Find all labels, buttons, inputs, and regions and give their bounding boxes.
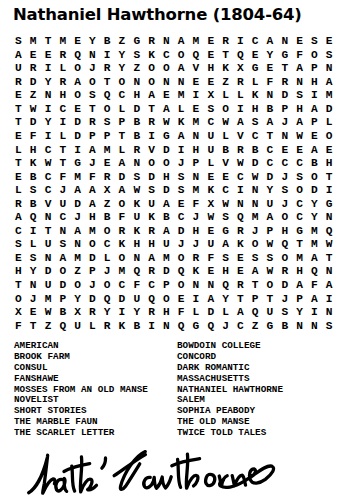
grid-cell: A: [307, 143, 322, 157]
grid-cell: I: [41, 62, 56, 76]
grid-cell: V: [218, 157, 233, 171]
grid-cell: J: [277, 116, 292, 130]
grid-cell: C: [292, 198, 307, 212]
grid-cell: A: [263, 35, 278, 49]
grid-cell: O: [263, 279, 278, 293]
grid-cell: M: [85, 225, 100, 239]
grid-cell: N: [129, 157, 144, 171]
grid-cell: A: [159, 103, 174, 117]
grid-cell: N: [248, 198, 263, 212]
grid-cell: O: [144, 62, 159, 76]
grid-cell: I: [307, 89, 322, 103]
grid-cell: Q: [129, 265, 144, 279]
grid-cell: W: [263, 238, 278, 252]
grid-cell: S: [11, 35, 26, 49]
grid-cell: E: [322, 143, 337, 157]
grid-cell: B: [307, 157, 322, 171]
grid-cell: D: [129, 103, 144, 117]
grid-cell: I: [144, 319, 159, 333]
grid-cell: G: [322, 198, 337, 212]
grid-cell: E: [248, 49, 263, 63]
grid-cell: Q: [277, 238, 292, 252]
grid-cell: T: [100, 76, 115, 90]
grid-cell: F: [129, 279, 144, 293]
grid-cell: P: [100, 130, 115, 144]
grid-cell: T: [26, 319, 41, 333]
grid-cell: S: [174, 184, 189, 198]
grid-cell: E: [159, 89, 174, 103]
grid-cell: E: [307, 130, 322, 144]
grid-cell: Y: [129, 306, 144, 320]
grid-cell: E: [11, 130, 26, 144]
grid-cell: I: [189, 292, 204, 306]
grid-cell: D: [115, 292, 130, 306]
grid-cell: L: [189, 306, 204, 320]
grid-cell: D: [277, 89, 292, 103]
grid-cell: Q: [189, 49, 204, 63]
grid-cell: A: [248, 265, 263, 279]
grid-cell: R: [115, 225, 130, 239]
grid-cell: D: [159, 143, 174, 157]
grid-cell: E: [203, 76, 218, 90]
grid-cell: O: [248, 238, 263, 252]
grid-cell: S: [100, 116, 115, 130]
grid-cell: K: [203, 184, 218, 198]
grid-cell: O: [85, 238, 100, 252]
grid-cell: S: [129, 170, 144, 184]
grid-cell: L: [100, 252, 115, 266]
grid-cell: R: [218, 35, 233, 49]
grid-cell: H: [189, 143, 204, 157]
grid-cell: O: [100, 103, 115, 117]
grid-cell: M: [189, 35, 204, 49]
grid-cell: E: [203, 35, 218, 49]
grid-cell: I: [41, 130, 56, 144]
grid-cell: X: [233, 62, 248, 76]
grid-cell: C: [11, 225, 26, 239]
grid-cell: D: [41, 265, 56, 279]
grid-cell: H: [248, 103, 263, 117]
grid-cell: I: [55, 116, 70, 130]
grid-cell: W: [248, 170, 263, 184]
grid-cell: G: [292, 225, 307, 239]
grid-cell: T: [292, 238, 307, 252]
grid-cell: U: [263, 198, 278, 212]
grid-cell: D: [322, 103, 337, 117]
grid-cell: E: [203, 49, 218, 63]
grid-cell: A: [55, 252, 70, 266]
grid-cell: U: [70, 319, 85, 333]
grid-cell: N: [277, 130, 292, 144]
grid-cell: O: [174, 49, 189, 63]
grid-cell: S: [263, 252, 278, 266]
grid-cell: P: [189, 157, 204, 171]
grid-cell: T: [41, 225, 56, 239]
grid-cell: Z: [218, 76, 233, 90]
grid-cell: B: [159, 211, 174, 225]
grid-cell: R: [189, 252, 204, 266]
grid-cell: D: [248, 157, 263, 171]
grid-cell: D: [55, 279, 70, 293]
grid-cell: L: [11, 184, 26, 198]
word-grid: SMTMEYBZGRNAMERICANESEAEERQNIYSKCOQETQEY…: [11, 35, 337, 333]
grid-cell: T: [263, 130, 278, 144]
grid-cell: I: [41, 103, 56, 117]
grid-cell: L: [203, 157, 218, 171]
grid-cell: Z: [248, 319, 263, 333]
grid-cell: A: [292, 62, 307, 76]
grid-cell: K: [115, 319, 130, 333]
grid-cell: H: [292, 265, 307, 279]
grid-cell: O: [159, 292, 174, 306]
grid-cell: O: [115, 252, 130, 266]
grid-cell: C: [248, 35, 263, 49]
grid-cell: S: [11, 238, 26, 252]
grid-cell: T: [322, 170, 337, 184]
grid-cell: Y: [307, 211, 322, 225]
puzzle-title: Nathaniel Hawthorne (1804-64): [13, 5, 302, 24]
grid-cell: G: [189, 319, 204, 333]
grid-cell: R: [144, 116, 159, 130]
grid-cell: U: [144, 198, 159, 212]
grid-cell: F: [11, 319, 26, 333]
grid-cell: E: [174, 292, 189, 306]
grid-cell: O: [70, 62, 85, 76]
grid-cell: J: [189, 238, 204, 252]
grid-cell: N: [322, 265, 337, 279]
grid-cell: G: [277, 49, 292, 63]
grid-cell: Q: [307, 265, 322, 279]
grid-cell: Q: [26, 211, 41, 225]
grid-cell: I: [233, 184, 248, 198]
grid-cell: H: [55, 89, 70, 103]
grid-cell: Q: [100, 89, 115, 103]
grid-cell: N: [263, 89, 278, 103]
grid-cell: V: [189, 62, 204, 76]
grid-cell: A: [292, 116, 307, 130]
grid-cell: Z: [100, 198, 115, 212]
grid-cell: X: [11, 306, 26, 320]
grid-cell: N: [129, 252, 144, 266]
grid-cell: W: [41, 306, 56, 320]
grid-cell: S: [322, 49, 337, 63]
grid-cell: D: [115, 170, 130, 184]
grid-cell: G: [70, 157, 85, 171]
grid-cell: E: [11, 170, 26, 184]
grid-cell: W: [159, 116, 174, 130]
grid-cell: L: [85, 319, 100, 333]
grid-cell: Z: [70, 265, 85, 279]
grid-cell: B: [129, 130, 144, 144]
grid-cell: M: [26, 35, 41, 49]
word-list-item: MASSACHUSETTS: [177, 374, 283, 385]
grid-cell: R: [129, 143, 144, 157]
grid-cell: P: [263, 225, 278, 239]
grid-cell: P: [307, 116, 322, 130]
grid-cell: I: [174, 143, 189, 157]
grid-cell: W: [41, 157, 56, 171]
grid-cell: R: [144, 225, 159, 239]
grid-cell: Z: [129, 62, 144, 76]
grid-cell: Y: [263, 49, 278, 63]
grid-cell: O: [292, 184, 307, 198]
grid-cell: A: [322, 76, 337, 90]
grid-cell: C: [263, 143, 278, 157]
grid-cell: R: [233, 143, 248, 157]
grid-cell: B: [129, 319, 144, 333]
grid-cell: A: [292, 279, 307, 293]
grid-cell: J: [26, 292, 41, 306]
grid-cell: Y: [41, 76, 56, 90]
grid-cell: W: [292, 130, 307, 144]
grid-cell: Q: [233, 211, 248, 225]
grid-cell: C: [41, 143, 56, 157]
grid-cell: Q: [218, 279, 233, 293]
grid-cell: Z: [26, 89, 41, 103]
grid-cell: P: [277, 103, 292, 117]
grid-cell: G: [129, 35, 144, 49]
grid-cell: A: [70, 76, 85, 90]
grid-cell: V: [144, 143, 159, 157]
grid-cell: E: [41, 49, 56, 63]
grid-cell: E: [233, 252, 248, 266]
grid-cell: D: [263, 170, 278, 184]
grid-cell: R: [100, 319, 115, 333]
grid-cell: G: [159, 130, 174, 144]
grid-cell: F: [85, 170, 100, 184]
grid-cell: C: [159, 49, 174, 63]
grid-cell: J: [85, 62, 100, 76]
grid-cell: K: [189, 265, 204, 279]
grid-cell: S: [85, 89, 100, 103]
grid-cell: K: [174, 116, 189, 130]
grid-cell: A: [115, 157, 130, 171]
grid-cell: A: [144, 252, 159, 266]
word-list-item: TWICE TOLD TALES: [177, 428, 283, 439]
grid-cell: Y: [115, 49, 130, 63]
grid-cell: K: [218, 62, 233, 76]
grid-cell: D: [159, 184, 174, 198]
grid-cell: A: [233, 306, 248, 320]
grid-cell: C: [55, 103, 70, 117]
grid-cell: N: [70, 238, 85, 252]
grid-cell: O: [11, 292, 26, 306]
grid-cell: I: [144, 130, 159, 144]
grid-cell: T: [115, 130, 130, 144]
grid-cell: N: [26, 279, 41, 293]
grid-cell: F: [189, 198, 204, 212]
grid-cell: D: [85, 292, 100, 306]
grid-cell: Q: [174, 265, 189, 279]
grid-cell: I: [233, 103, 248, 117]
grid-cell: T: [248, 279, 263, 293]
grid-cell: R: [100, 170, 115, 184]
grid-cell: C: [248, 130, 263, 144]
grid-cell: P: [159, 279, 174, 293]
grid-cell: E: [11, 89, 26, 103]
grid-cell: R: [144, 306, 159, 320]
grid-cell: E: [26, 49, 41, 63]
grid-cell: I: [307, 306, 322, 320]
grid-cell: W: [26, 103, 41, 117]
grid-cell: R: [85, 116, 100, 130]
grid-cell: H: [189, 225, 204, 239]
grid-cell: O: [277, 252, 292, 266]
grid-cell: T: [11, 157, 26, 171]
grid-cell: S: [129, 49, 144, 63]
grid-cell: H: [292, 103, 307, 117]
grid-cell: S: [174, 170, 189, 184]
grid-cell: C: [218, 184, 233, 198]
grid-cell: S: [26, 184, 41, 198]
grid-cell: T: [322, 252, 337, 266]
grid-cell: C: [41, 184, 56, 198]
grid-cell: Q: [322, 225, 337, 239]
grid-cell: A: [70, 184, 85, 198]
grid-cell: L: [55, 130, 70, 144]
grid-cell: R: [233, 225, 248, 239]
grid-cell: T: [55, 157, 70, 171]
grid-cell: O: [144, 76, 159, 90]
grid-cell: C: [292, 211, 307, 225]
grid-cell: P: [307, 62, 322, 76]
grid-cell: T: [41, 35, 56, 49]
grid-cell: L: [26, 238, 41, 252]
grid-cell: S: [277, 306, 292, 320]
grid-cell: D: [159, 265, 174, 279]
grid-cell: T: [85, 103, 100, 117]
grid-cell: D: [85, 252, 100, 266]
grid-cell: D: [203, 306, 218, 320]
grid-cell: H: [129, 238, 144, 252]
grid-cell: J: [277, 170, 292, 184]
grid-cell: O: [159, 62, 174, 76]
grid-cell: E: [218, 170, 233, 184]
grid-cell: A: [307, 252, 322, 266]
grid-cell: E: [263, 62, 278, 76]
grid-cell: L: [233, 89, 248, 103]
grid-cell: D: [26, 76, 41, 90]
grid-cell: E: [233, 265, 248, 279]
grid-cell: R: [233, 279, 248, 293]
grid-cell: M: [248, 211, 263, 225]
grid-cell: N: [292, 319, 307, 333]
grid-cell: H: [307, 76, 322, 90]
grid-cell: D: [307, 184, 322, 198]
grid-cell: J: [174, 157, 189, 171]
grid-cell: C: [233, 319, 248, 333]
grid-cell: N: [233, 198, 248, 212]
grid-cell: O: [322, 130, 337, 144]
grid-cell: L: [115, 103, 130, 117]
grid-cell: M: [189, 116, 204, 130]
grid-cell: T: [144, 103, 159, 117]
grid-cell: A: [218, 238, 233, 252]
grid-cell: L: [218, 306, 233, 320]
grid-cell: P: [115, 116, 130, 130]
grid-cell: E: [203, 170, 218, 184]
grid-cell: N: [159, 76, 174, 90]
grid-cell: O: [55, 265, 70, 279]
grid-cell: J: [85, 157, 100, 171]
grid-cell: L: [218, 89, 233, 103]
grid-cell: S: [322, 319, 337, 333]
grid-cell: C: [144, 279, 159, 293]
grid-cell: X: [100, 184, 115, 198]
grid-cell: A: [174, 35, 189, 49]
grid-cell: X: [70, 306, 85, 320]
grid-cell: A: [174, 62, 189, 76]
grid-cell: J: [100, 265, 115, 279]
grid-cell: A: [85, 198, 100, 212]
grid-cell: S: [292, 170, 307, 184]
grid-cell: H: [26, 143, 41, 157]
grid-cell: D: [70, 130, 85, 144]
grid-cell: T: [277, 62, 292, 76]
grid-cell: Z: [115, 35, 130, 49]
grid-cell: T: [218, 49, 233, 63]
grid-cell: Q: [144, 292, 159, 306]
grid-cell: R: [11, 76, 26, 90]
grid-cell: N: [203, 279, 218, 293]
grid-cell: J: [248, 225, 263, 239]
grid-cell: R: [11, 198, 26, 212]
grid-cell: H: [11, 265, 26, 279]
grid-cell: A: [307, 103, 322, 117]
grid-cell: R: [85, 306, 100, 320]
grid-cell: P: [85, 130, 100, 144]
grid-cell: M: [100, 143, 115, 157]
grid-cell: Y: [263, 184, 278, 198]
grid-cell: E: [70, 35, 85, 49]
grid-cell: O: [218, 103, 233, 117]
grid-cell: M: [307, 225, 322, 239]
grid-cell: U: [129, 211, 144, 225]
grid-cell: M: [307, 238, 322, 252]
grid-cell: H: [322, 157, 337, 171]
grid-cell: I: [26, 225, 41, 239]
grid-cell: W: [218, 116, 233, 130]
grid-cell: E: [11, 252, 26, 266]
grid-cell: Y: [115, 62, 130, 76]
grid-cell: K: [144, 211, 159, 225]
grid-cell: T: [11, 103, 26, 117]
grid-cell: S: [203, 103, 218, 117]
grid-cell: L: [174, 103, 189, 117]
grid-cell: D: [26, 116, 41, 130]
grid-cell: K: [248, 89, 263, 103]
grid-cell: B: [26, 198, 41, 212]
grid-cell: O: [115, 76, 130, 90]
grid-cell: N: [307, 319, 322, 333]
grid-cell: W: [203, 211, 218, 225]
grid-cell: U: [41, 238, 56, 252]
grid-cell: C: [41, 170, 56, 184]
grid-cell: B: [248, 143, 263, 157]
grid-cell: A: [233, 116, 248, 130]
grid-cell: E: [189, 76, 204, 90]
grid-cell: J: [218, 319, 233, 333]
grid-cell: F: [203, 252, 218, 266]
grid-cell: I: [115, 306, 130, 320]
grid-cell: H: [144, 238, 159, 252]
grid-cell: E: [277, 143, 292, 157]
grid-cell: W: [322, 238, 337, 252]
grid-cell: N: [129, 76, 144, 90]
grid-cell: E: [26, 306, 41, 320]
grid-cell: N: [248, 184, 263, 198]
grid-cell: F: [263, 76, 278, 90]
